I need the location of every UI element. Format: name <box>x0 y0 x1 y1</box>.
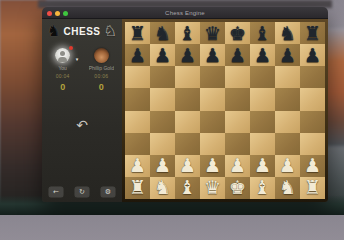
square-f8[interactable]: ♝ <box>250 22 275 44</box>
chevron-down-icon[interactable]: ▾ <box>76 57 79 62</box>
bottom-toolbar: ← ↻ ⚙ <box>49 187 115 197</box>
square-a6[interactable] <box>125 66 150 88</box>
square-c4[interactable] <box>175 111 200 133</box>
square-c2[interactable]: ♟ <box>175 155 200 177</box>
black-pawn[interactable]: ♟ <box>304 46 321 65</box>
player-black-score: 0 <box>99 82 104 92</box>
black-pawn[interactable]: ♟ <box>204 46 221 65</box>
black-knight-icon: ♞ <box>47 24 60 39</box>
notification-badge <box>69 46 73 50</box>
square-f4[interactable] <box>250 111 275 133</box>
square-g5[interactable] <box>275 88 300 110</box>
square-c3[interactable] <box>175 133 200 155</box>
white-knight[interactable]: ♞ <box>279 178 296 197</box>
black-queen[interactable]: ♛ <box>204 24 221 43</box>
square-a3[interactable] <box>125 133 150 155</box>
player-black-clock: 00:06 <box>94 73 108 79</box>
square-a4[interactable] <box>125 111 150 133</box>
square-e1[interactable]: ♚ <box>225 177 250 199</box>
player-black-name: Phillip Gold <box>89 65 114 71</box>
square-d3[interactable] <box>200 133 225 155</box>
square-e3[interactable] <box>225 133 250 155</box>
white-pawn[interactable]: ♟ <box>229 156 246 175</box>
zoom-button[interactable] <box>63 11 68 16</box>
player-white-avatar[interactable]: ▾ <box>55 48 70 63</box>
black-rook[interactable]: ♜ <box>304 24 321 43</box>
window-titlebar[interactable]: Chess Engine <box>42 7 328 19</box>
square-e8[interactable]: ♚ <box>225 22 250 44</box>
window-title: Chess Engine <box>165 10 205 16</box>
traffic-lights <box>47 11 68 16</box>
black-pawn[interactable]: ♟ <box>229 46 246 65</box>
square-d1[interactable]: ♛ <box>200 177 225 199</box>
app-logo-text: CHESS <box>64 26 101 37</box>
player-black-avatar[interactable] <box>94 48 109 63</box>
white-pawn[interactable]: ♟ <box>154 156 171 175</box>
white-queen[interactable]: ♛ <box>204 178 221 197</box>
player-white-name: You <box>58 65 66 71</box>
black-pawn[interactable]: ♟ <box>129 46 146 65</box>
square-a5[interactable] <box>125 88 150 110</box>
back-button[interactable]: ← <box>49 187 63 197</box>
square-h7[interactable]: ♟ <box>300 44 325 66</box>
square-d8[interactable]: ♛ <box>200 22 225 44</box>
new-game-button[interactable]: ↻ <box>75 187 89 197</box>
player-black: Phillip Gold 00:06 0 <box>83 48 119 92</box>
black-king[interactable]: ♚ <box>229 24 246 43</box>
black-knight[interactable]: ♞ <box>154 24 171 43</box>
square-g8[interactable]: ♞ <box>275 22 300 44</box>
square-e4[interactable] <box>225 111 250 133</box>
square-d6[interactable] <box>200 66 225 88</box>
board[interactable]: ♜♞♝♛♚♝♞♜♟♟♟♟♟♟♟♟♟♟♟♟♟♟♟♟♜♞♝♛♚♝♞♜ <box>125 22 325 199</box>
square-h2[interactable]: ♟ <box>300 155 325 177</box>
square-a8[interactable]: ♜ <box>125 22 150 44</box>
white-pawn[interactable]: ♟ <box>279 156 296 175</box>
square-f2[interactable]: ♟ <box>250 155 275 177</box>
white-bishop[interactable]: ♝ <box>179 178 196 197</box>
black-rook[interactable]: ♜ <box>129 24 146 43</box>
square-d2[interactable]: ♟ <box>200 155 225 177</box>
black-pawn[interactable]: ♟ <box>279 46 296 65</box>
square-f6[interactable] <box>250 66 275 88</box>
square-f1[interactable]: ♝ <box>250 177 275 199</box>
board-frame: ♜♞♝♛♚♝♞♜♟♟♟♟♟♟♟♟♟♟♟♟♟♟♟♟♜♞♝♛♚♝♞♜ <box>122 19 328 202</box>
square-b2[interactable]: ♟ <box>150 155 175 177</box>
white-knight-icon: ♘ <box>103 24 116 39</box>
players-panel: ▾ You 00:04 0 Phillip Gold 00:06 0 <box>42 48 122 92</box>
player-white: ▾ You 00:04 0 <box>45 48 81 92</box>
square-e7[interactable]: ♟ <box>225 44 250 66</box>
square-b4[interactable] <box>150 111 175 133</box>
square-e5[interactable] <box>225 88 250 110</box>
square-c6[interactable] <box>175 66 200 88</box>
app-logo: ♞ CHESS ♘ <box>47 24 117 39</box>
square-b3[interactable] <box>150 133 175 155</box>
square-f5[interactable] <box>250 88 275 110</box>
settings-button[interactable]: ⚙ <box>101 187 115 197</box>
square-h3[interactable] <box>300 133 325 155</box>
square-g7[interactable]: ♟ <box>275 44 300 66</box>
white-rook[interactable]: ♜ <box>129 178 146 197</box>
square-b1[interactable]: ♞ <box>150 177 175 199</box>
white-pawn[interactable]: ♟ <box>179 156 196 175</box>
square-c1[interactable]: ♝ <box>175 177 200 199</box>
person-icon <box>60 51 65 56</box>
square-h4[interactable] <box>300 111 325 133</box>
square-b6[interactable] <box>150 66 175 88</box>
square-d7[interactable]: ♟ <box>200 44 225 66</box>
square-e2[interactable]: ♟ <box>225 155 250 177</box>
square-h1[interactable]: ♜ <box>300 177 325 199</box>
black-bishop[interactable]: ♝ <box>254 24 271 43</box>
square-h8[interactable]: ♜ <box>300 22 325 44</box>
white-knight[interactable]: ♞ <box>154 178 171 197</box>
square-c5[interactable] <box>175 88 200 110</box>
black-pawn[interactable]: ♟ <box>254 46 271 65</box>
square-c7[interactable]: ♟ <box>175 44 200 66</box>
white-king[interactable]: ♚ <box>229 178 246 197</box>
white-pawn[interactable]: ♟ <box>304 156 321 175</box>
square-d5[interactable] <box>200 88 225 110</box>
square-a7[interactable]: ♟ <box>125 44 150 66</box>
sidebar: ♞ CHESS ♘ ▾ You 00:04 0 <box>42 19 122 202</box>
square-a1[interactable]: ♜ <box>125 177 150 199</box>
close-button[interactable] <box>47 11 52 16</box>
black-knight[interactable]: ♞ <box>279 24 296 43</box>
square-b5[interactable] <box>150 88 175 110</box>
square-a2[interactable]: ♟ <box>125 155 150 177</box>
square-g3[interactable] <box>275 133 300 155</box>
square-g6[interactable] <box>275 66 300 88</box>
square-g1[interactable]: ♞ <box>275 177 300 199</box>
white-bishop[interactable]: ♝ <box>254 178 271 197</box>
square-e6[interactable] <box>225 66 250 88</box>
minimize-button[interactable] <box>55 11 60 16</box>
white-pawn[interactable]: ♟ <box>204 156 221 175</box>
square-h5[interactable] <box>300 88 325 110</box>
undo-button[interactable]: ↶ <box>72 116 92 134</box>
white-pawn[interactable]: ♟ <box>254 156 271 175</box>
square-f3[interactable] <box>250 133 275 155</box>
square-d4[interactable] <box>200 111 225 133</box>
black-pawn[interactable]: ♟ <box>179 46 196 65</box>
square-h6[interactable] <box>300 66 325 88</box>
chess-app-window: Chess Engine ♞ CHESS ♘ ▾ You 00:04 <box>42 7 328 202</box>
player-white-clock: 00:04 <box>56 73 70 79</box>
square-c8[interactable]: ♝ <box>175 22 200 44</box>
square-b7[interactable]: ♟ <box>150 44 175 66</box>
black-pawn[interactable]: ♟ <box>154 46 171 65</box>
square-f7[interactable]: ♟ <box>250 44 275 66</box>
wallpaper-rock-left <box>0 0 46 215</box>
white-rook[interactable]: ♜ <box>304 178 321 197</box>
black-bishop[interactable]: ♝ <box>179 24 196 43</box>
square-g2[interactable]: ♟ <box>275 155 300 177</box>
square-b8[interactable]: ♞ <box>150 22 175 44</box>
player-white-score: 0 <box>60 82 65 92</box>
person-icon <box>58 57 67 62</box>
square-g4[interactable] <box>275 111 300 133</box>
white-pawn[interactable]: ♟ <box>129 156 146 175</box>
